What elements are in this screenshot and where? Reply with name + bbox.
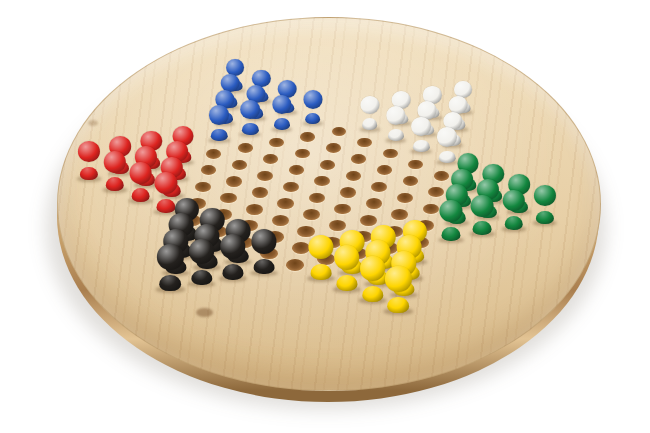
peg-head — [104, 151, 126, 173]
board-hole[interactable] — [391, 209, 408, 220]
board-hole[interactable] — [286, 259, 304, 271]
peg-base — [242, 123, 258, 135]
peg-head — [209, 105, 229, 124]
board-hole[interactable] — [303, 209, 320, 220]
wood-knot — [88, 120, 98, 126]
board-hole[interactable] — [272, 215, 289, 226]
peg-head — [360, 256, 386, 281]
peg-yellow[interactable] — [334, 245, 361, 291]
wood-knot — [196, 308, 213, 317]
chinese-checkers-scene — [0, 0, 650, 433]
peg-base — [362, 118, 378, 130]
peg-base — [160, 275, 182, 291]
peg-head — [78, 141, 100, 162]
peg-head — [241, 100, 261, 119]
peg-black[interactable] — [251, 229, 277, 274]
peg-base — [106, 177, 125, 191]
peg-base — [439, 151, 456, 163]
board-hole[interactable] — [300, 132, 315, 141]
peg-black[interactable] — [188, 239, 215, 285]
board-hole[interactable] — [206, 149, 221, 159]
peg-white[interactable] — [411, 117, 432, 152]
peg-base — [305, 113, 321, 125]
board-hole[interactable] — [357, 138, 372, 147]
peg-base — [413, 140, 429, 152]
peg-head — [251, 229, 276, 253]
peg-head — [440, 200, 463, 222]
board-hole[interactable] — [320, 160, 335, 170]
peg-red[interactable] — [103, 151, 126, 191]
peg-head — [437, 127, 457, 146]
peg-white[interactable] — [386, 106, 406, 140]
peg-base — [336, 275, 357, 291]
peg-head — [334, 245, 360, 270]
board-hole[interactable] — [326, 143, 341, 153]
peg-base — [254, 259, 275, 274]
peg-base — [388, 129, 404, 141]
peg-yellow[interactable] — [308, 235, 334, 280]
peg-head — [303, 90, 322, 108]
peg-base — [473, 221, 492, 235]
peg-head — [129, 162, 152, 184]
peg-base — [442, 227, 461, 241]
peg-yellow[interactable] — [359, 256, 386, 302]
board-hole[interactable] — [292, 242, 310, 254]
peg-head — [385, 266, 411, 291]
peg-white[interactable] — [437, 127, 458, 163]
board-hole[interactable] — [257, 171, 273, 181]
peg-green[interactable] — [439, 200, 463, 241]
peg-yellow[interactable] — [385, 266, 412, 313]
peg-base — [311, 264, 332, 279]
board-hole[interactable] — [434, 171, 449, 181]
peg-head — [157, 244, 183, 269]
board-hole[interactable] — [226, 176, 242, 186]
peg-black[interactable] — [157, 244, 184, 291]
board-hole[interactable] — [269, 138, 284, 148]
board-hole[interactable] — [277, 198, 294, 209]
board-hole[interactable] — [366, 198, 382, 209]
peg-base — [362, 286, 383, 302]
peg-green[interactable] — [502, 190, 525, 230]
peg-head — [534, 185, 556, 206]
board-hole[interactable] — [383, 149, 398, 159]
peg-head — [412, 117, 432, 136]
peg-green[interactable] — [471, 195, 495, 236]
peg-base — [211, 129, 228, 141]
peg-head — [360, 96, 379, 114]
peg-head — [220, 234, 246, 259]
peg-blue[interactable] — [209, 105, 230, 141]
peg-base — [80, 167, 98, 180]
peg-black[interactable] — [220, 234, 247, 280]
board-hole[interactable] — [332, 127, 346, 136]
peg-base — [388, 297, 410, 313]
board-hole[interactable] — [246, 204, 263, 215]
board-hole[interactable] — [232, 160, 248, 170]
peg-head — [155, 172, 178, 194]
peg-red[interactable] — [129, 162, 153, 203]
board-hole[interactable] — [340, 187, 356, 197]
peg-blue[interactable] — [240, 100, 261, 135]
peg-blue[interactable] — [303, 90, 323, 124]
peg-head — [272, 95, 291, 114]
board-hole[interactable] — [371, 182, 387, 192]
peg-head — [308, 235, 333, 259]
board-hole[interactable] — [238, 143, 253, 153]
peg-base — [157, 199, 176, 213]
peg-head — [386, 106, 405, 125]
peg-red[interactable] — [78, 141, 101, 180]
peg-base — [222, 264, 243, 280]
peg-base — [131, 188, 150, 202]
peg-blue[interactable] — [272, 95, 292, 129]
board-hole[interactable] — [295, 149, 310, 159]
peg-white[interactable] — [360, 96, 380, 130]
peg-green[interactable] — [533, 185, 556, 224]
board-hole[interactable] — [346, 171, 362, 181]
peg-head — [189, 239, 215, 264]
peg-base — [536, 211, 554, 224]
peg-base — [504, 216, 523, 230]
board-hole[interactable] — [252, 187, 268, 198]
peg-base — [191, 270, 212, 286]
peg-head — [471, 195, 494, 217]
peg-head — [502, 190, 524, 212]
peg-base — [274, 118, 290, 130]
